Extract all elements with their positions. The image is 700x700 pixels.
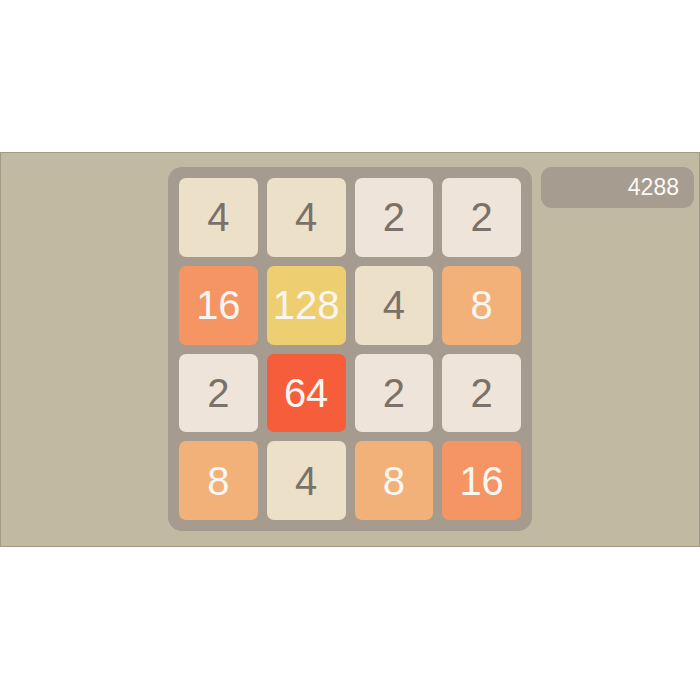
tile-4: 4	[179, 178, 258, 257]
tile-128: 128	[267, 266, 346, 345]
screen: 4288 442216128482642284816	[0, 0, 700, 700]
tile-2: 2	[355, 354, 434, 433]
tile-16: 16	[442, 441, 521, 520]
score-value: 4288	[628, 174, 679, 201]
game-area: 4288 442216128482642284816	[0, 152, 700, 547]
tile-8: 8	[179, 441, 258, 520]
tile-4: 4	[267, 441, 346, 520]
board-grid[interactable]: 442216128482642284816	[168, 167, 532, 531]
bottom-letterbox	[0, 547, 700, 700]
tile-2: 2	[179, 354, 258, 433]
score-badge: 4288	[541, 167, 694, 208]
tile-16: 16	[179, 266, 258, 345]
tile-8: 8	[355, 441, 434, 520]
top-letterbox	[0, 0, 700, 152]
tile-64: 64	[267, 354, 346, 433]
tile-4: 4	[267, 178, 346, 257]
tile-8: 8	[442, 266, 521, 345]
tile-2: 2	[442, 178, 521, 257]
tile-4: 4	[355, 266, 434, 345]
tile-2: 2	[442, 354, 521, 433]
tile-2: 2	[355, 178, 434, 257]
